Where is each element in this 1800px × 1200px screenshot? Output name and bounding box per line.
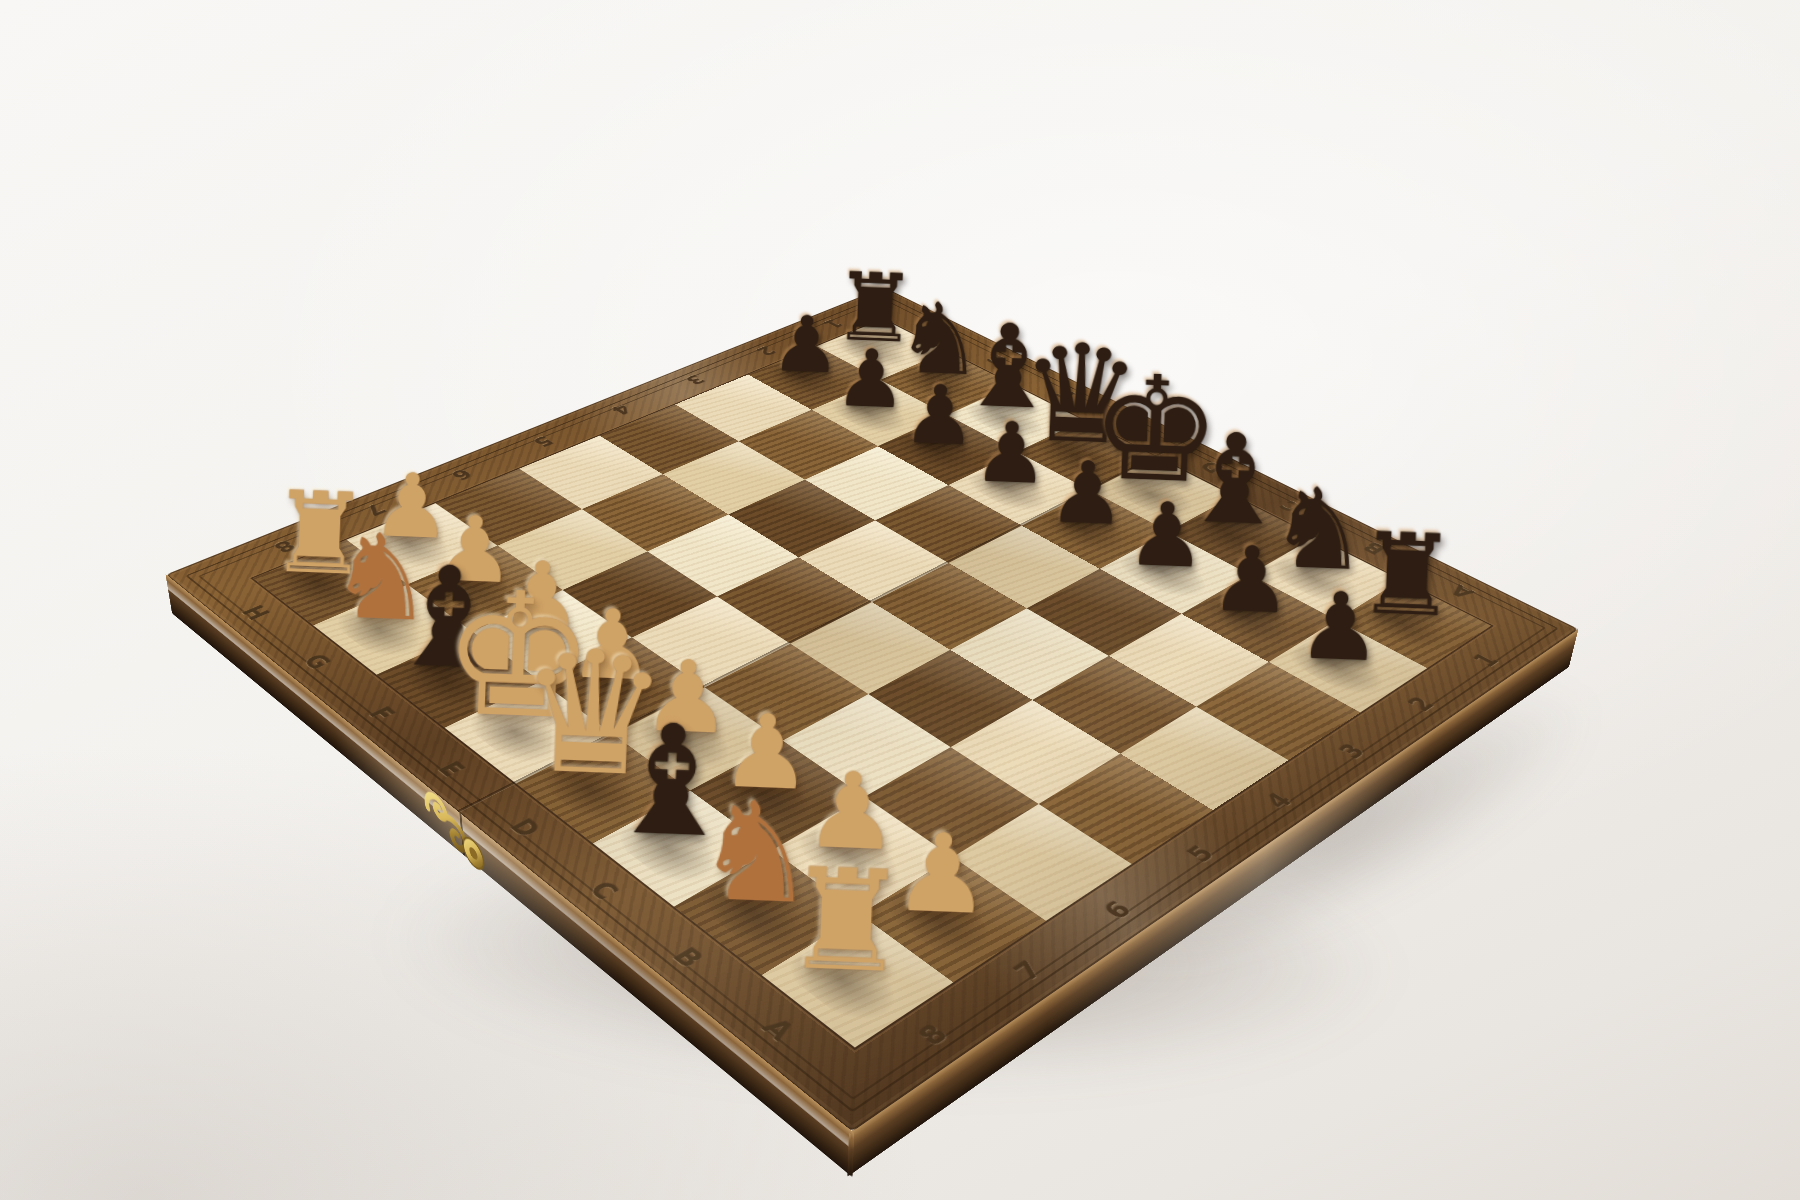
- white-rook-icon: ♜: [732, 850, 962, 991]
- scene: HGFEDCBAHGFEDCBA1234567812345678 ♜♜♞♞♝♝♛…: [0, 0, 1800, 1200]
- black-pawn-icon: ♟: [1246, 579, 1435, 674]
- chess-board: HGFEDCBAHGFEDCBA1234567812345678 ♜♜♞♞♝♝♛…: [165, 287, 1578, 1132]
